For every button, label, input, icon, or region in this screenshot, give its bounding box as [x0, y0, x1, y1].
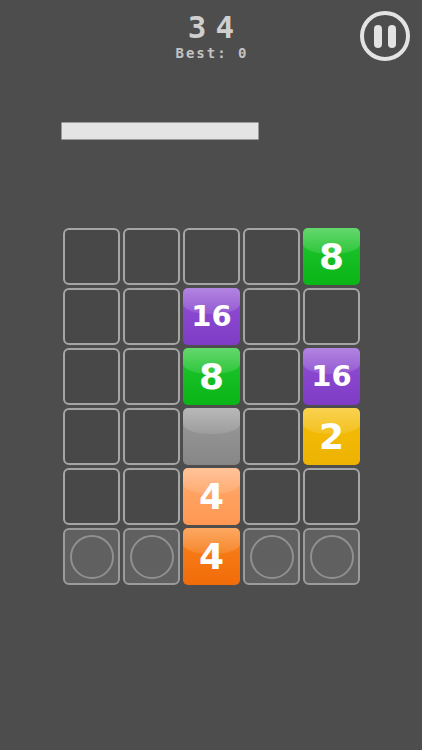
pause-button[interactable] — [360, 11, 410, 61]
tile-16-r2c3[interactable]: 16 — [183, 288, 240, 345]
cell-r3c2 — [123, 348, 180, 405]
cell-r5c2 — [123, 468, 180, 525]
cell-r2c5 — [303, 288, 360, 345]
cell-r4c1 — [63, 408, 120, 465]
tile-value: 2 — [319, 419, 344, 455]
cell-r5c4 — [243, 468, 300, 525]
tile-value: 8 — [319, 239, 344, 275]
score-value: 34 — [0, 9, 422, 45]
tile-value: 16 — [311, 362, 351, 391]
pause-icon — [388, 25, 396, 48]
tile-8-r3c3[interactable]: 8 — [183, 348, 240, 405]
cell-r3c4 — [243, 348, 300, 405]
cell-r5c1 — [63, 468, 120, 525]
cell-r3c1 — [63, 348, 120, 405]
cell-r1c4 — [243, 228, 300, 285]
best-score: Best: 0 — [0, 45, 422, 61]
spawn-circle-icon — [310, 535, 354, 579]
tile-16-r3c5[interactable]: 16 — [303, 348, 360, 405]
tile-2-r4c5[interactable]: 2 — [303, 408, 360, 465]
cell-r2c2 — [123, 288, 180, 345]
tile-value: 4 — [199, 479, 224, 515]
pause-icon — [374, 25, 382, 48]
cell-r4c4 — [243, 408, 300, 465]
spawn-circle-icon — [70, 535, 114, 579]
spawn-cell-r6c5 — [303, 528, 360, 585]
spawn-cell-r6c2 — [123, 528, 180, 585]
board: 816816244 — [63, 228, 360, 585]
cell-r5c5 — [303, 468, 360, 525]
tile-8-r1c5[interactable]: 8 — [303, 228, 360, 285]
spawn-circle-icon — [250, 535, 294, 579]
cell-r4c2 — [123, 408, 180, 465]
game-screen: 34 Best: 0 816816244 — [0, 0, 422, 750]
spawn-cell-r6c1 — [63, 528, 120, 585]
cell-r2c4 — [243, 288, 300, 345]
spawn-cell-r6c4 — [243, 528, 300, 585]
tile-4-r5c3[interactable]: 4 — [183, 468, 240, 525]
cell-r1c3 — [183, 228, 240, 285]
cell-r2c1 — [63, 288, 120, 345]
tile-value: 16 — [191, 302, 231, 331]
tile-4-r6c3[interactable]: 4 — [183, 528, 240, 585]
tile-blocker-r4c3[interactable] — [183, 408, 240, 465]
spawn-circle-icon — [130, 535, 174, 579]
tile-value: 8 — [199, 359, 224, 395]
cell-r1c2 — [123, 228, 180, 285]
cell-r1c1 — [63, 228, 120, 285]
tile-value: 4 — [199, 539, 224, 575]
level-progress-bar — [61, 122, 259, 140]
